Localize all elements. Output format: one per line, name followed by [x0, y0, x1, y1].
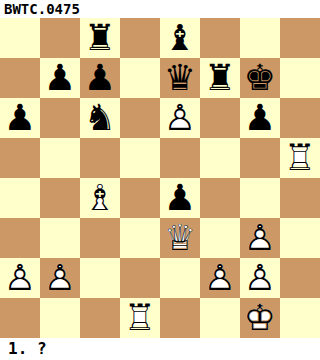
white-pawn: ♟♙	[240, 218, 280, 258]
square-e6[interactable]: ♟♙	[160, 98, 200, 138]
square-a3[interactable]	[0, 218, 40, 258]
square-b4[interactable]	[40, 178, 80, 218]
chess-board: ♜♝♟♟♛♜♚♟♞♟♙♟♜♖♝♗♟♛♕♟♙♟♙♟♙♟♙♟♙♜♖♚♔	[0, 18, 320, 338]
square-b1[interactable]	[40, 298, 80, 338]
square-f7[interactable]: ♜	[200, 58, 240, 98]
square-c5[interactable]	[80, 138, 120, 178]
square-h3[interactable]	[280, 218, 320, 258]
square-a2[interactable]: ♟♙	[0, 258, 40, 298]
white-bishop: ♝♗	[80, 178, 120, 218]
square-d5[interactable]	[120, 138, 160, 178]
square-d2[interactable]	[120, 258, 160, 298]
white-rook: ♜♖	[120, 298, 160, 338]
square-g2[interactable]: ♟♙	[240, 258, 280, 298]
black-rook: ♜	[80, 18, 120, 58]
square-a5[interactable]	[0, 138, 40, 178]
square-c7[interactable]: ♟	[80, 58, 120, 98]
square-c4[interactable]: ♝♗	[80, 178, 120, 218]
black-pawn: ♟	[40, 58, 80, 98]
square-e3[interactable]: ♛♕	[160, 218, 200, 258]
black-pawn: ♟	[0, 98, 40, 138]
square-f5[interactable]	[200, 138, 240, 178]
square-g4[interactable]	[240, 178, 280, 218]
square-b3[interactable]	[40, 218, 80, 258]
square-a7[interactable]	[0, 58, 40, 98]
black-bishop: ♝	[160, 18, 200, 58]
square-e2[interactable]	[160, 258, 200, 298]
square-b7[interactable]: ♟	[40, 58, 80, 98]
square-g3[interactable]: ♟♙	[240, 218, 280, 258]
square-a1[interactable]	[0, 298, 40, 338]
square-h7[interactable]	[280, 58, 320, 98]
square-f2[interactable]: ♟♙	[200, 258, 240, 298]
black-rook: ♜	[200, 58, 240, 98]
black-queen: ♛	[160, 58, 200, 98]
square-f6[interactable]	[200, 98, 240, 138]
square-d4[interactable]	[120, 178, 160, 218]
square-e1[interactable]	[160, 298, 200, 338]
puzzle-id: BWTC.0475	[0, 0, 320, 18]
square-c6[interactable]: ♞	[80, 98, 120, 138]
square-c1[interactable]	[80, 298, 120, 338]
square-d6[interactable]	[120, 98, 160, 138]
white-rook: ♜♖	[280, 138, 320, 178]
black-pawn: ♟	[80, 58, 120, 98]
square-a8[interactable]	[0, 18, 40, 58]
square-d7[interactable]	[120, 58, 160, 98]
square-e8[interactable]: ♝	[160, 18, 200, 58]
square-b5[interactable]	[40, 138, 80, 178]
square-f1[interactable]	[200, 298, 240, 338]
black-pawn: ♟	[160, 178, 200, 218]
square-a6[interactable]: ♟	[0, 98, 40, 138]
square-h1[interactable]	[280, 298, 320, 338]
black-pawn: ♟	[240, 98, 280, 138]
square-e7[interactable]: ♛	[160, 58, 200, 98]
square-b8[interactable]	[40, 18, 80, 58]
square-b2[interactable]: ♟♙	[40, 258, 80, 298]
square-h2[interactable]	[280, 258, 320, 298]
move-prompt: 1. ?	[0, 338, 320, 360]
square-g1[interactable]: ♚♔	[240, 298, 280, 338]
white-king: ♚♔	[240, 298, 280, 338]
white-queen: ♛♕	[160, 218, 200, 258]
white-pawn: ♟♙	[160, 98, 200, 138]
square-h6[interactable]	[280, 98, 320, 138]
square-b6[interactable]	[40, 98, 80, 138]
square-a4[interactable]	[0, 178, 40, 218]
white-pawn: ♟♙	[200, 258, 240, 298]
black-knight: ♞	[80, 98, 120, 138]
square-g7[interactable]: ♚	[240, 58, 280, 98]
square-h4[interactable]	[280, 178, 320, 218]
square-g5[interactable]	[240, 138, 280, 178]
white-pawn: ♟♙	[0, 258, 40, 298]
black-king: ♚	[240, 58, 280, 98]
square-c2[interactable]	[80, 258, 120, 298]
square-f3[interactable]	[200, 218, 240, 258]
white-pawn: ♟♙	[240, 258, 280, 298]
square-e5[interactable]	[160, 138, 200, 178]
square-g6[interactable]: ♟	[240, 98, 280, 138]
square-c3[interactable]	[80, 218, 120, 258]
white-pawn: ♟♙	[40, 258, 80, 298]
square-g8[interactable]	[240, 18, 280, 58]
square-h8[interactable]	[280, 18, 320, 58]
square-h5[interactable]: ♜♖	[280, 138, 320, 178]
square-d3[interactable]	[120, 218, 160, 258]
square-f8[interactable]	[200, 18, 240, 58]
chess-puzzle-window: BWTC.0475 ♜♝♟♟♛♜♚♟♞♟♙♟♜♖♝♗♟♛♕♟♙♟♙♟♙♟♙♟♙♜…	[0, 0, 320, 360]
square-d8[interactable]	[120, 18, 160, 58]
square-e4[interactable]: ♟	[160, 178, 200, 218]
square-c8[interactable]: ♜	[80, 18, 120, 58]
square-d1[interactable]: ♜♖	[120, 298, 160, 338]
square-f4[interactable]	[200, 178, 240, 218]
